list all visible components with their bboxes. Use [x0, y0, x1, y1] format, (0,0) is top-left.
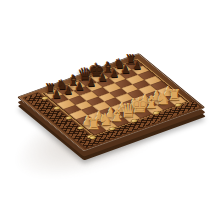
chess-set-photo: ♜♞♝♛♚♝♞♜♟♟♟♟♟♟♟♟♟♟♟♟♟♟♟♟♜♞♝♛♚♝♞♜	[0, 0, 220, 200]
